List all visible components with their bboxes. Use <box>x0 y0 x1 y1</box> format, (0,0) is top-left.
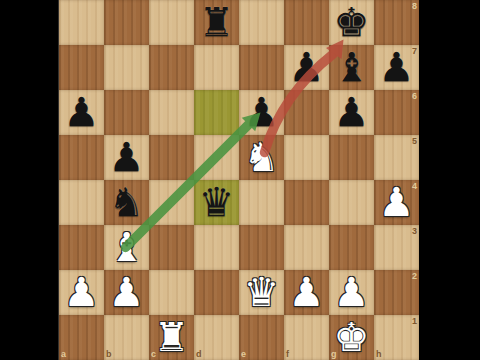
square-g3[interactable] <box>329 225 374 270</box>
rank-label-1: 1 <box>412 316 417 326</box>
square-f6[interactable] <box>284 90 329 135</box>
square-h8[interactable]: 8 <box>374 0 419 45</box>
square-a4[interactable] <box>59 180 104 225</box>
square-d7[interactable] <box>194 45 239 90</box>
file-label-f: f <box>286 349 289 359</box>
square-b1[interactable]: b <box>104 315 149 360</box>
square-a1[interactable]: a <box>59 315 104 360</box>
square-b6[interactable] <box>104 90 149 135</box>
square-h3[interactable]: 3 <box>374 225 419 270</box>
piece-white-pawn-b2[interactable]: ♟ <box>104 270 149 315</box>
rank-label-6: 6 <box>412 91 417 101</box>
piece-white-rook-c1[interactable]: ♜ <box>149 315 194 360</box>
square-c5[interactable] <box>149 135 194 180</box>
square-d5[interactable] <box>194 135 239 180</box>
square-e1[interactable]: e <box>239 315 284 360</box>
piece-black-knight-b4[interactable]: ♞ <box>104 180 149 225</box>
piece-black-pawn-a6[interactable]: ♟ <box>59 90 104 135</box>
square-e7[interactable] <box>239 45 284 90</box>
rank-label-3: 3 <box>412 226 417 236</box>
piece-white-pawn-h4[interactable]: ♟ <box>374 180 419 225</box>
square-d3[interactable] <box>194 225 239 270</box>
square-g4[interactable] <box>329 180 374 225</box>
square-d1[interactable]: d <box>194 315 239 360</box>
square-f8[interactable] <box>284 0 329 45</box>
piece-black-bishop-g7[interactable]: ♝ <box>329 45 374 90</box>
square-h5[interactable]: 5 <box>374 135 419 180</box>
piece-white-knight-e5[interactable]: ♞ <box>239 135 284 180</box>
rank-label-8: 8 <box>412 1 417 11</box>
piece-white-pawn-g2[interactable]: ♟ <box>329 270 374 315</box>
piece-white-pawn-f2[interactable]: ♟ <box>284 270 329 315</box>
square-h6[interactable]: 6 <box>374 90 419 135</box>
square-e4[interactable] <box>239 180 284 225</box>
square-b8[interactable] <box>104 0 149 45</box>
square-h2[interactable]: 2 <box>374 270 419 315</box>
file-label-e: e <box>241 349 246 359</box>
square-f3[interactable] <box>284 225 329 270</box>
piece-black-king-g8[interactable]: ♚ <box>329 0 374 45</box>
square-c3[interactable] <box>149 225 194 270</box>
piece-white-queen-e2[interactable]: ♛ <box>239 270 284 315</box>
square-f4[interactable] <box>284 180 329 225</box>
square-c2[interactable] <box>149 270 194 315</box>
square-a3[interactable] <box>59 225 104 270</box>
square-d6[interactable] <box>194 90 239 135</box>
square-a5[interactable] <box>59 135 104 180</box>
piece-white-king-g1[interactable]: ♚ <box>329 315 374 360</box>
square-d2[interactable] <box>194 270 239 315</box>
piece-black-pawn-g6[interactable]: ♟ <box>329 90 374 135</box>
square-e8[interactable] <box>239 0 284 45</box>
file-label-d: d <box>196 349 202 359</box>
square-f5[interactable] <box>284 135 329 180</box>
piece-black-pawn-b5[interactable]: ♟ <box>104 135 149 180</box>
rank-label-2: 2 <box>412 271 417 281</box>
square-a7[interactable] <box>59 45 104 90</box>
piece-white-pawn-a2[interactable]: ♟ <box>59 270 104 315</box>
piece-black-queen-d4[interactable]: ♛ <box>194 180 239 225</box>
square-c4[interactable] <box>149 180 194 225</box>
square-c6[interactable] <box>149 90 194 135</box>
square-a8[interactable] <box>59 0 104 45</box>
file-label-h: h <box>376 349 382 359</box>
square-c7[interactable] <box>149 45 194 90</box>
square-e3[interactable] <box>239 225 284 270</box>
rank-label-5: 5 <box>412 136 417 146</box>
square-b7[interactable] <box>104 45 149 90</box>
video-frame: 8765432abcdefg1h♜♚♟♝♟♟♟♟♟♞♞♛♟♝♟♟♛♟♟♜♚ <box>0 0 480 360</box>
piece-black-pawn-e6[interactable]: ♟ <box>239 90 284 135</box>
piece-white-bishop-b3[interactable]: ♝ <box>104 225 149 270</box>
square-c8[interactable] <box>149 0 194 45</box>
piece-black-rook-d8[interactable]: ♜ <box>194 0 239 45</box>
square-f1[interactable]: f <box>284 315 329 360</box>
square-h1[interactable]: 1h <box>374 315 419 360</box>
chess-board[interactable]: 8765432abcdefg1h♜♚♟♝♟♟♟♟♟♞♞♛♟♝♟♟♛♟♟♜♚ <box>58 0 419 360</box>
file-label-b: b <box>106 349 112 359</box>
piece-black-pawn-f7[interactable]: ♟ <box>284 45 329 90</box>
file-label-a: a <box>61 349 66 359</box>
square-g5[interactable] <box>329 135 374 180</box>
piece-black-pawn-h7[interactable]: ♟ <box>374 45 419 90</box>
